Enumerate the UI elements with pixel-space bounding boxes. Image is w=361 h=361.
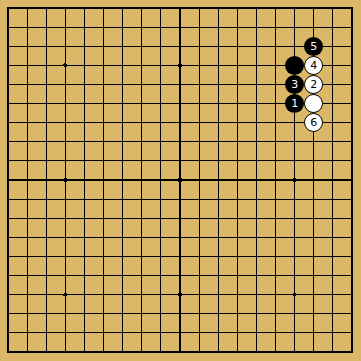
stone-black-Q14: 1: [285, 94, 304, 113]
go-board: 123456: [0, 0, 361, 361]
stone-white-R15: 2: [304, 75, 323, 94]
stone-white-R16: 4: [304, 56, 323, 75]
stone-black-R17: 5: [304, 37, 323, 56]
stone-white-R14: [304, 94, 323, 113]
stone-black-Q16: [285, 56, 304, 75]
stone-white-R13: 6: [304, 113, 323, 132]
stones-layer: 123456: [0, 0, 361, 361]
stone-black-Q15: 3: [285, 75, 304, 94]
